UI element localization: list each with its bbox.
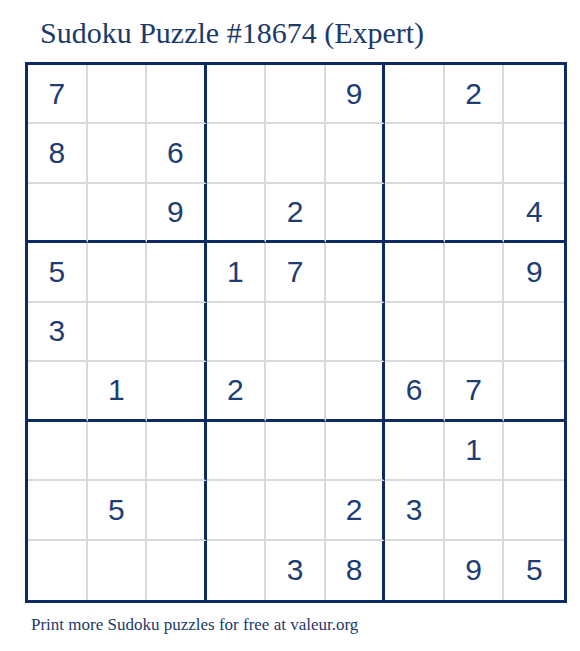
cell-r3c1[interactable] [28, 184, 88, 243]
cell-r4c5[interactable]: 7 [266, 243, 326, 302]
cell-r6c2[interactable]: 1 [88, 362, 148, 421]
cell-r7c8[interactable]: 1 [445, 422, 505, 481]
footer-text: Print more Sudoku puzzles for free at va… [31, 615, 358, 635]
cell-r2c7[interactable] [385, 124, 445, 183]
cell-r9c3[interactable] [147, 541, 207, 600]
cell-r4c6[interactable] [326, 243, 386, 302]
cell-r4c1[interactable]: 5 [28, 243, 88, 302]
cell-r2c8[interactable] [445, 124, 505, 183]
cell-r2c4[interactable] [207, 124, 267, 183]
cell-r6c6[interactable] [326, 362, 386, 421]
cell-r6c4[interactable]: 2 [207, 362, 267, 421]
cell-r8c1[interactable] [28, 481, 88, 540]
cell-r1c5[interactable] [266, 65, 326, 124]
cell-r4c9[interactable]: 9 [504, 243, 564, 302]
cell-r6c1[interactable] [28, 362, 88, 421]
cell-r9c7[interactable] [385, 541, 445, 600]
cell-r3c7[interactable] [385, 184, 445, 243]
cell-r1c8[interactable]: 2 [445, 65, 505, 124]
page-title: Sudoku Puzzle #18674 (Expert) [40, 16, 424, 50]
cell-r4c4[interactable]: 1 [207, 243, 267, 302]
cell-r6c3[interactable] [147, 362, 207, 421]
cell-r5c2[interactable] [88, 303, 148, 362]
cell-r5c5[interactable] [266, 303, 326, 362]
cell-r8c3[interactable] [147, 481, 207, 540]
cell-r6c7[interactable]: 6 [385, 362, 445, 421]
cell-r7c7[interactable] [385, 422, 445, 481]
cell-r9c2[interactable] [88, 541, 148, 600]
cell-r6c5[interactable] [266, 362, 326, 421]
cell-r4c3[interactable] [147, 243, 207, 302]
cell-r7c1[interactable] [28, 422, 88, 481]
cell-r7c2[interactable] [88, 422, 148, 481]
cell-r4c7[interactable] [385, 243, 445, 302]
cell-r1c6[interactable]: 9 [326, 65, 386, 124]
cell-r8c5[interactable] [266, 481, 326, 540]
cell-r8c6[interactable]: 2 [326, 481, 386, 540]
cell-r1c7[interactable] [385, 65, 445, 124]
cell-r1c2[interactable] [88, 65, 148, 124]
cell-r7c5[interactable] [266, 422, 326, 481]
cell-r5c4[interactable] [207, 303, 267, 362]
cell-r3c8[interactable] [445, 184, 505, 243]
cell-r9c4[interactable] [207, 541, 267, 600]
cell-r5c9[interactable] [504, 303, 564, 362]
cell-r2c2[interactable] [88, 124, 148, 183]
cell-r8c4[interactable] [207, 481, 267, 540]
cell-r1c3[interactable] [147, 65, 207, 124]
cell-r1c4[interactable] [207, 65, 267, 124]
cell-r2c1[interactable]: 8 [28, 124, 88, 183]
cell-r6c9[interactable] [504, 362, 564, 421]
cell-r5c6[interactable] [326, 303, 386, 362]
cell-r9c8[interactable]: 9 [445, 541, 505, 600]
cell-r8c8[interactable] [445, 481, 505, 540]
cell-r9c9[interactable]: 5 [504, 541, 564, 600]
cell-r8c9[interactable] [504, 481, 564, 540]
cell-r3c5[interactable]: 2 [266, 184, 326, 243]
cell-r2c5[interactable] [266, 124, 326, 183]
cell-r5c8[interactable] [445, 303, 505, 362]
cell-r1c9[interactable] [504, 65, 564, 124]
cell-r9c6[interactable]: 8 [326, 541, 386, 600]
cell-r9c5[interactable]: 3 [266, 541, 326, 600]
cell-r2c6[interactable] [326, 124, 386, 183]
cell-r2c9[interactable] [504, 124, 564, 183]
cell-r3c6[interactable] [326, 184, 386, 243]
cell-r4c8[interactable] [445, 243, 505, 302]
cell-r4c2[interactable] [88, 243, 148, 302]
cell-r7c9[interactable] [504, 422, 564, 481]
cell-r7c6[interactable] [326, 422, 386, 481]
cell-r3c4[interactable] [207, 184, 267, 243]
cell-r1c1[interactable]: 7 [28, 65, 88, 124]
cell-r8c7[interactable]: 3 [385, 481, 445, 540]
cell-r7c3[interactable] [147, 422, 207, 481]
sudoku-page: Sudoku Puzzle #18674 (Expert) 7928692451… [0, 0, 580, 651]
cell-r7c4[interactable] [207, 422, 267, 481]
cell-r8c2[interactable]: 5 [88, 481, 148, 540]
cell-r9c1[interactable] [28, 541, 88, 600]
cell-r6c8[interactable]: 7 [445, 362, 505, 421]
cell-r3c9[interactable]: 4 [504, 184, 564, 243]
cell-r3c2[interactable] [88, 184, 148, 243]
cell-r5c3[interactable] [147, 303, 207, 362]
cell-r5c7[interactable] [385, 303, 445, 362]
cell-r2c3[interactable]: 6 [147, 124, 207, 183]
cell-r5c1[interactable]: 3 [28, 303, 88, 362]
cell-r3c3[interactable]: 9 [147, 184, 207, 243]
sudoku-board: 7928692451793126715233895 [25, 62, 567, 603]
